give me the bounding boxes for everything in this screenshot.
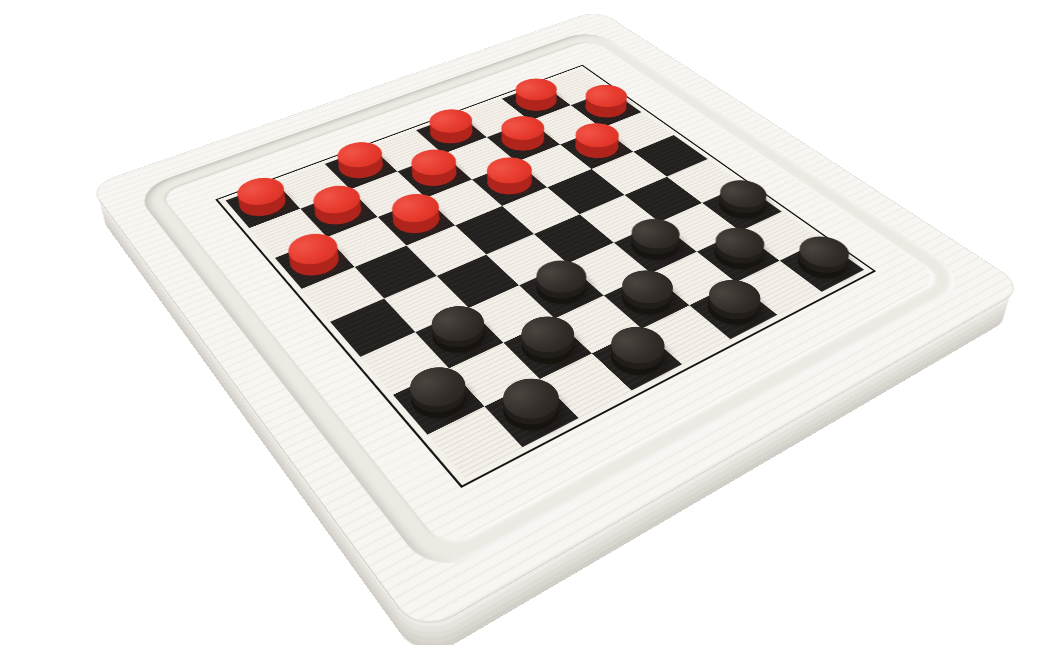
red-checker-piece[interactable] (384, 202, 448, 241)
photo-scene (0, 0, 1050, 645)
red-checker-piece[interactable] (566, 132, 626, 166)
board-surface (90, 10, 1025, 634)
red-checker-piece[interactable] (331, 151, 391, 186)
red-checker-piece[interactable] (232, 186, 294, 224)
checkers-board (90, 10, 1025, 634)
